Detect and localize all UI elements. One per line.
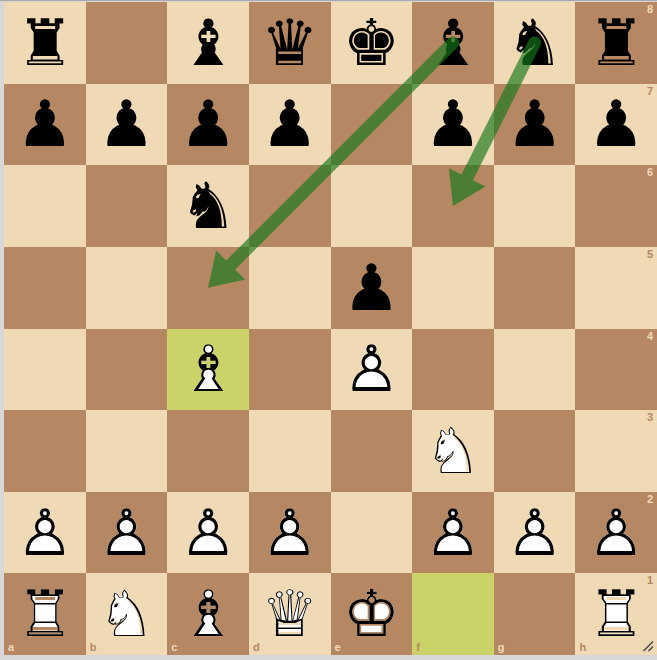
- white-pawn-glyph: ♙: [249, 492, 331, 574]
- piece-white-king-e1[interactable]: ♚♔: [331, 573, 413, 655]
- white-queen-glyph: ♕: [249, 573, 331, 655]
- white-pawn-glyph: ♙: [331, 329, 413, 411]
- white-knight-glyph: ♘: [412, 410, 494, 492]
- piece-white-pawn-c2[interactable]: ♟♙: [167, 492, 249, 574]
- piece-black-pawn-d7[interactable]: ♟♟: [249, 84, 331, 166]
- white-pawn-glyph: ♙: [86, 492, 168, 574]
- piece-black-knight-g8[interactable]: ♞♞: [494, 2, 576, 84]
- black-queen-glyph: ♛: [249, 2, 331, 84]
- chess-board: ♜♜♝♝♛♛♚♚♝♝♞♞♜♜♟♟♟♟♟♟♟♟♟♟♟♟♟♟♞♞♟♟♝♗♟♙♞♘♟♙…: [4, 2, 657, 655]
- piece-black-queen-d8[interactable]: ♛♛: [249, 2, 331, 84]
- black-knight-glyph: ♞: [167, 165, 249, 247]
- white-king-glyph: ♔: [331, 573, 413, 655]
- black-bishop-glyph: ♝: [167, 2, 249, 84]
- black-king-glyph: ♚: [331, 2, 413, 84]
- white-pawn-glyph: ♙: [4, 492, 86, 574]
- piece-black-pawn-c7[interactable]: ♟♟: [167, 84, 249, 166]
- black-pawn-glyph: ♟: [412, 84, 494, 166]
- white-pawn-glyph: ♙: [167, 492, 249, 574]
- black-bishop-glyph: ♝: [412, 2, 494, 84]
- white-bishop-glyph: ♗: [167, 573, 249, 655]
- white-pawn-glyph: ♙: [494, 492, 576, 574]
- window-top-edge: [0, 0, 657, 1]
- piece-black-king-e8[interactable]: ♚♚: [331, 2, 413, 84]
- white-pawn-glyph: ♙: [575, 492, 657, 574]
- piece-white-queen-d1[interactable]: ♛♕: [249, 573, 331, 655]
- piece-white-knight-f3[interactable]: ♞♘: [412, 410, 494, 492]
- piece-white-pawn-d2[interactable]: ♟♙: [249, 492, 331, 574]
- piece-white-pawn-a2[interactable]: ♟♙: [4, 492, 86, 574]
- black-rook-glyph: ♜: [4, 2, 86, 84]
- black-pawn-glyph: ♟: [331, 247, 413, 329]
- piece-black-pawn-h7[interactable]: ♟♟: [575, 84, 657, 166]
- board-resize-handle[interactable]: [641, 639, 654, 652]
- piece-white-pawn-f2[interactable]: ♟♙: [412, 492, 494, 574]
- board-pieces: ♜♜♝♝♛♛♚♚♝♝♞♞♜♜♟♟♟♟♟♟♟♟♟♟♟♟♟♟♞♞♟♟♝♗♟♙♞♘♟♙…: [4, 2, 657, 655]
- white-bishop-glyph: ♗: [167, 329, 249, 411]
- piece-white-pawn-b2[interactable]: ♟♙: [86, 492, 168, 574]
- piece-white-rook-a1[interactable]: ♜♖: [4, 573, 86, 655]
- piece-black-rook-h8[interactable]: ♜♜: [575, 2, 657, 84]
- black-knight-glyph: ♞: [494, 2, 576, 84]
- piece-black-pawn-e5[interactable]: ♟♟: [331, 247, 413, 329]
- black-pawn-glyph: ♟: [167, 84, 249, 166]
- white-rook-glyph: ♖: [4, 573, 86, 655]
- piece-black-pawn-f7[interactable]: ♟♟: [412, 84, 494, 166]
- piece-white-pawn-h2[interactable]: ♟♙: [575, 492, 657, 574]
- piece-white-pawn-e4[interactable]: ♟♙: [331, 329, 413, 411]
- piece-white-pawn-g2[interactable]: ♟♙: [494, 492, 576, 574]
- piece-black-bishop-f8[interactable]: ♝♝: [412, 2, 494, 84]
- piece-white-knight-b1[interactable]: ♞♘: [86, 573, 168, 655]
- black-pawn-glyph: ♟: [249, 84, 331, 166]
- black-pawn-glyph: ♟: [494, 84, 576, 166]
- white-pawn-glyph: ♙: [412, 492, 494, 574]
- piece-black-pawn-a7[interactable]: ♟♟: [4, 84, 86, 166]
- piece-black-knight-c6[interactable]: ♞♞: [167, 165, 249, 247]
- black-pawn-glyph: ♟: [575, 84, 657, 166]
- piece-white-bishop-c4[interactable]: ♝♗: [167, 329, 249, 411]
- black-pawn-glyph: ♟: [86, 84, 168, 166]
- piece-black-pawn-b7[interactable]: ♟♟: [86, 84, 168, 166]
- white-knight-glyph: ♘: [86, 573, 168, 655]
- piece-black-rook-a8[interactable]: ♜♜: [4, 2, 86, 84]
- piece-black-pawn-g7[interactable]: ♟♟: [494, 84, 576, 166]
- black-pawn-glyph: ♟: [4, 84, 86, 166]
- black-rook-glyph: ♜: [575, 2, 657, 84]
- piece-white-bishop-c1[interactable]: ♝♗: [167, 573, 249, 655]
- piece-black-bishop-c8[interactable]: ♝♝: [167, 2, 249, 84]
